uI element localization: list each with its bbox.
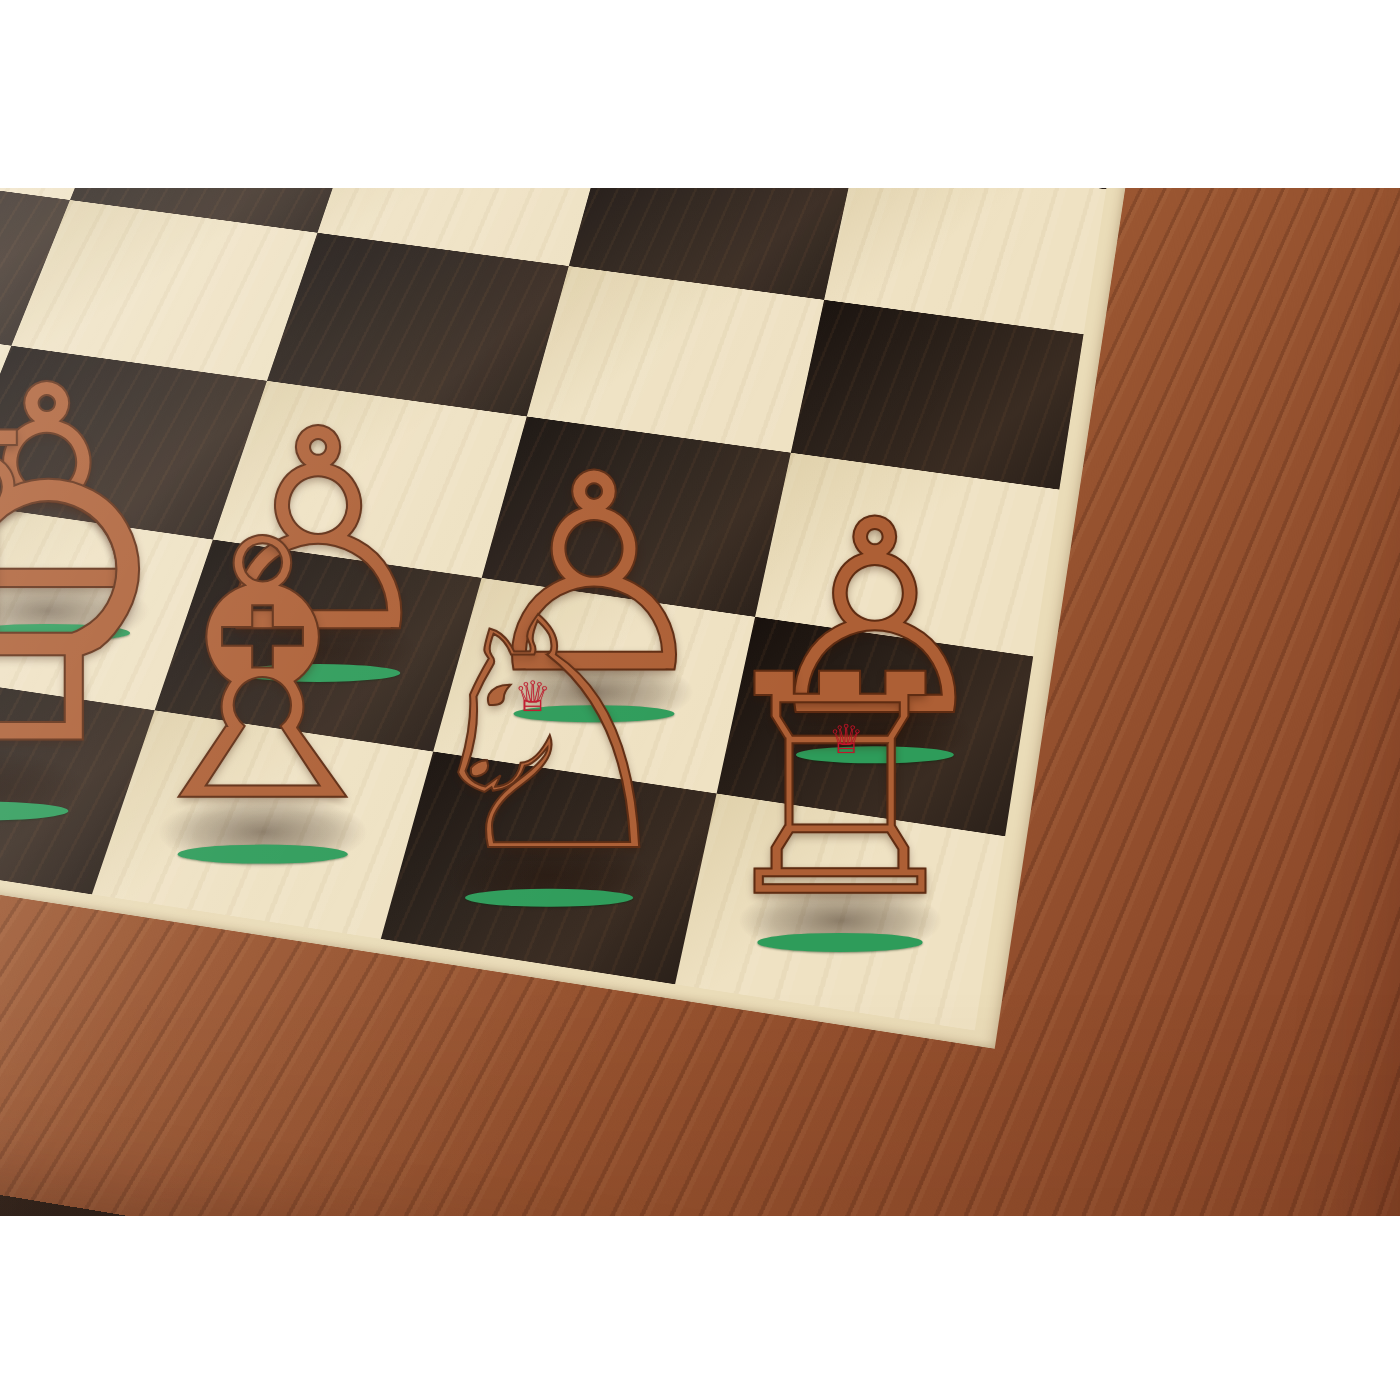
chess-set-product-photo: ♔♗♘♕♖♕♙♙♙♙♙	[0, 0, 1400, 1400]
letterbox-top	[0, 0, 1400, 188]
piece-white-rook-h1: ♖	[704, 637, 976, 941]
piece-white-knight-g1: ♘	[406, 577, 692, 896]
pieces-layer: ♔♗♘♕♖♕♙♙♙♙♙	[0, 188, 1400, 1216]
photo-area: ♔♗♘♕♖♕♙♙♙♙♙	[0, 188, 1400, 1216]
piece-white-bishop-f1: ♗	[102, 494, 423, 852]
red-crown-stamp: ♕	[828, 720, 863, 759]
letterbox-bottom	[0, 1216, 1400, 1400]
red-crown-stamp: ♕	[514, 677, 551, 718]
